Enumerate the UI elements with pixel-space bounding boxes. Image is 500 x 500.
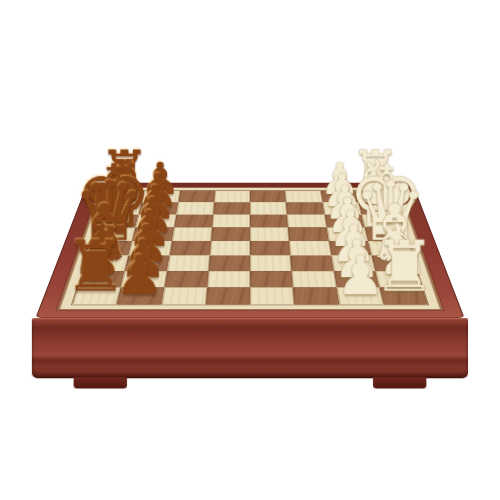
square-r7c5 xyxy=(293,287,339,304)
square-r5c4 xyxy=(250,255,292,270)
square-r7c3 xyxy=(206,287,250,304)
square-r2c5 xyxy=(287,214,326,227)
board-squares-grid: ♜♟♟♜♞♟♟♞♝♟♟♝♚♟♟♚♛♟♟♛♝♟♟♝♞♟♟♞♜♟♟♜ xyxy=(71,190,429,305)
board-maple-border: ♜♟♟♜♞♟♟♞♝♟♟♝♚♟♟♚♛♟♟♛♝♟♟♝♞♟♟♞♜♟♟♜ xyxy=(57,187,444,310)
square-r3c6: ♟ xyxy=(326,227,367,241)
box-foot-right xyxy=(373,377,426,389)
piece-wP-r0c6: ♟ xyxy=(320,156,359,200)
square-r0c2 xyxy=(178,191,215,203)
square-r1c4 xyxy=(250,202,287,214)
square-r6c2 xyxy=(164,271,208,287)
square-r4c4 xyxy=(250,241,290,255)
square-r1c5 xyxy=(286,202,324,214)
piece-wN-r1c7: ♞ xyxy=(352,152,406,212)
square-r6c0: ♞ xyxy=(78,271,125,287)
square-r7c4 xyxy=(250,287,294,304)
square-r2c3 xyxy=(212,214,250,227)
square-r6c6: ♟ xyxy=(333,271,379,287)
square-r0c6: ♟ xyxy=(320,191,358,203)
square-r3c5 xyxy=(288,227,328,241)
board-box-front xyxy=(32,318,468,378)
square-r7c1: ♟ xyxy=(117,287,164,304)
square-r1c7: ♞ xyxy=(358,202,398,214)
square-r0c5 xyxy=(285,191,322,203)
piece-bN-r1c0: ♞ xyxy=(94,152,148,212)
square-r3c3 xyxy=(211,227,250,241)
square-r2c2 xyxy=(174,214,213,227)
square-r7c0: ♜ xyxy=(72,287,121,304)
square-r1c0: ♞ xyxy=(102,202,142,214)
square-r5c5 xyxy=(290,255,333,270)
square-r6c1: ♟ xyxy=(121,271,167,287)
square-r2c0: ♝ xyxy=(97,214,138,227)
square-r1c3 xyxy=(213,202,250,214)
square-r5c2 xyxy=(167,255,210,270)
square-r0c1: ♟ xyxy=(142,191,180,203)
chess-set-product-photo: ♜♟♟♜♞♟♟♞♝♟♟♝♚♟♟♚♛♟♟♛♝♟♟♝♞♟♟♞♜♟♟♜ xyxy=(0,0,500,500)
square-r1c2 xyxy=(176,202,214,214)
square-r0c4 xyxy=(250,191,286,203)
square-r4c5 xyxy=(289,241,331,255)
square-r1c1: ♟ xyxy=(139,202,178,214)
piece-bR-r0c0: ♜ xyxy=(99,144,150,201)
piece-bN-r6c0: ♞ xyxy=(69,215,132,285)
board-3d-stage: ♜♟♟♜♞♟♟♞♝♟♟♝♚♟♟♚♛♟♟♛♝♟♟♝♞♟♟♞♜♟♟♜ xyxy=(65,56,435,426)
square-r2c6: ♟ xyxy=(324,214,364,227)
square-r6c7: ♞ xyxy=(375,271,422,287)
square-r7c2 xyxy=(161,287,207,304)
square-r4c7: ♛ xyxy=(368,241,412,255)
square-r2c1: ♟ xyxy=(136,214,176,227)
piece-wN-r6c7: ♞ xyxy=(369,215,432,285)
square-r4c0: ♛ xyxy=(88,241,132,255)
square-r4c2 xyxy=(169,241,211,255)
square-r4c3 xyxy=(210,241,250,255)
square-r5c7: ♝ xyxy=(371,255,416,270)
square-r5c3 xyxy=(208,255,250,270)
square-r6c4 xyxy=(250,271,293,287)
square-r5c1: ♟ xyxy=(125,255,169,270)
square-r3c1: ♟ xyxy=(132,227,173,241)
square-r6c5 xyxy=(292,271,336,287)
square-r6c3 xyxy=(207,271,250,287)
square-r2c4 xyxy=(250,214,288,227)
square-r7c7: ♜ xyxy=(379,287,428,304)
piece-bP-r0c1: ♟ xyxy=(140,156,179,200)
square-r5c6: ♟ xyxy=(331,255,375,270)
square-r3c4 xyxy=(250,227,289,241)
square-r1c6: ♟ xyxy=(322,202,361,214)
square-r0c0: ♜ xyxy=(106,191,145,203)
square-r3c7: ♚ xyxy=(364,227,407,241)
square-r3c2 xyxy=(172,227,212,241)
square-r7c6: ♟ xyxy=(336,287,383,304)
square-r0c3 xyxy=(214,191,250,203)
square-r5c0: ♝ xyxy=(83,255,128,270)
square-r2c7: ♝ xyxy=(361,214,402,227)
square-r0c7: ♜ xyxy=(355,191,394,203)
square-r3c0: ♚ xyxy=(93,227,136,241)
square-r4c1: ♟ xyxy=(129,241,172,255)
square-r4c6: ♟ xyxy=(329,241,372,255)
piece-wR-r0c7: ♜ xyxy=(350,144,401,201)
chess-board-frame: ♜♟♟♜♞♟♟♞♝♟♟♝♚♟♟♚♛♟♟♛♝♟♟♝♞♟♟♞♜♟♟♜ xyxy=(35,183,464,318)
box-foot-left xyxy=(74,377,127,389)
